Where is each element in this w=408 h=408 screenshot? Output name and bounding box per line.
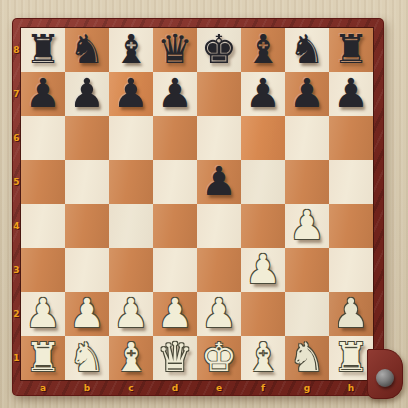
square-b1[interactable]: ♞ (65, 336, 109, 380)
piece-black-pawn-d7[interactable]: ♟ (153, 72, 197, 116)
square-f2[interactable] (241, 292, 285, 336)
rank-label-3: 3 (12, 248, 21, 292)
piece-white-queen-d1[interactable]: ♛ (153, 336, 197, 380)
piece-white-bishop-c1[interactable]: ♝ (109, 336, 153, 380)
file-labels: abcdefgh (21, 380, 373, 396)
file-label-f: f (241, 380, 285, 396)
square-a7[interactable]: ♟ (21, 72, 65, 116)
file-label-g: g (285, 380, 329, 396)
square-g2[interactable] (285, 292, 329, 336)
piece-black-rook-a8[interactable]: ♜ (21, 28, 65, 72)
square-e1[interactable]: ♚ (197, 336, 241, 380)
rank-label-2: 2 (12, 292, 21, 336)
rank-label-8: 8 (12, 28, 21, 72)
square-c8[interactable]: ♝ (109, 28, 153, 72)
square-b8[interactable]: ♞ (65, 28, 109, 72)
square-c6[interactable] (109, 116, 153, 160)
square-e3[interactable] (197, 248, 241, 292)
square-e7[interactable] (197, 72, 241, 116)
square-h5[interactable] (329, 160, 373, 204)
square-c7[interactable]: ♟ (109, 72, 153, 116)
piece-black-knight-b8[interactable]: ♞ (65, 28, 109, 72)
piece-white-pawn-h2[interactable]: ♟ (329, 292, 373, 336)
piece-black-pawn-g7[interactable]: ♟ (285, 72, 329, 116)
square-a6[interactable] (21, 116, 65, 160)
piece-black-pawn-e5[interactable]: ♟ (197, 160, 241, 204)
square-b4[interactable] (65, 204, 109, 248)
square-e2[interactable]: ♟ (197, 292, 241, 336)
square-e5[interactable]: ♟ (197, 160, 241, 204)
square-f7[interactable]: ♟ (241, 72, 285, 116)
piece-black-pawn-c7[interactable]: ♟ (109, 72, 153, 116)
square-c5[interactable] (109, 160, 153, 204)
square-a1[interactable]: ♜ (21, 336, 65, 380)
piece-white-pawn-a2[interactable]: ♟ (21, 292, 65, 336)
square-h4[interactable] (329, 204, 373, 248)
file-label-c: c (109, 380, 153, 396)
square-b2[interactable]: ♟ (65, 292, 109, 336)
rank-label-7: 7 (12, 72, 21, 116)
piece-black-bishop-c8[interactable]: ♝ (109, 28, 153, 72)
square-a2[interactable]: ♟ (21, 292, 65, 336)
rank-label-5: 5 (12, 160, 21, 204)
piece-black-pawn-b7[interactable]: ♟ (65, 72, 109, 116)
square-d3[interactable] (153, 248, 197, 292)
table-surface: 87654321 ♜♞♝♛♚♝♞♜♟♟♟♟♟♟♟♟♟♟♟♟♟♟♟♟♜♞♝♛♚♝♞… (0, 0, 408, 408)
square-a4[interactable] (21, 204, 65, 248)
square-d7[interactable]: ♟ (153, 72, 197, 116)
rank-label-6: 6 (12, 116, 21, 160)
square-b6[interactable] (65, 116, 109, 160)
piece-white-pawn-e2[interactable]: ♟ (197, 292, 241, 336)
square-f6[interactable] (241, 116, 285, 160)
piece-white-knight-b1[interactable]: ♞ (65, 336, 109, 380)
rank-label-4: 4 (12, 204, 21, 248)
file-label-b: b (65, 380, 109, 396)
piece-white-pawn-f3[interactable]: ♟ (241, 248, 285, 292)
square-a5[interactable] (21, 160, 65, 204)
square-g5[interactable] (285, 160, 329, 204)
piece-white-rook-a1[interactable]: ♜ (21, 336, 65, 380)
piece-black-bishop-f8[interactable]: ♝ (241, 28, 285, 72)
piece-black-king-e8[interactable]: ♚ (197, 28, 241, 72)
square-f4[interactable] (241, 204, 285, 248)
square-d5[interactable] (153, 160, 197, 204)
square-c3[interactable] (109, 248, 153, 292)
piece-white-pawn-g4[interactable]: ♟ (285, 204, 329, 248)
square-f3[interactable]: ♟ (241, 248, 285, 292)
square-g4[interactable]: ♟ (285, 204, 329, 248)
piece-white-pawn-d2[interactable]: ♟ (153, 292, 197, 336)
square-d6[interactable] (153, 116, 197, 160)
chess-board-grid: ♜♞♝♛♚♝♞♜♟♟♟♟♟♟♟♟♟♟♟♟♟♟♟♟♜♞♝♛♚♝♞♜ (21, 28, 373, 380)
square-b7[interactable]: ♟ (65, 72, 109, 116)
square-d2[interactable]: ♟ (153, 292, 197, 336)
piece-black-pawn-h7[interactable]: ♟ (329, 72, 373, 116)
square-e6[interactable] (197, 116, 241, 160)
file-label-e: e (197, 380, 241, 396)
rank-labels: 87654321 (12, 28, 21, 380)
square-d4[interactable] (153, 204, 197, 248)
square-f8[interactable]: ♝ (241, 28, 285, 72)
square-g3[interactable] (285, 248, 329, 292)
piece-white-bishop-f1[interactable]: ♝ (241, 336, 285, 380)
board-frame: 87654321 ♜♞♝♛♚♝♞♜♟♟♟♟♟♟♟♟♟♟♟♟♟♟♟♟♜♞♝♛♚♝♞… (12, 18, 384, 396)
square-e8[interactable]: ♚ (197, 28, 241, 72)
square-a3[interactable] (21, 248, 65, 292)
piece-black-knight-g8[interactable]: ♞ (285, 28, 329, 72)
piece-white-pawn-c2[interactable]: ♟ (109, 292, 153, 336)
square-h3[interactable] (329, 248, 373, 292)
piece-black-pawn-f7[interactable]: ♟ (241, 72, 285, 116)
square-f1[interactable]: ♝ (241, 336, 285, 380)
square-c4[interactable] (109, 204, 153, 248)
piece-white-king-e1[interactable]: ♚ (197, 336, 241, 380)
square-d1[interactable]: ♛ (153, 336, 197, 380)
piece-white-knight-g1[interactable]: ♞ (285, 336, 329, 380)
square-g7[interactable]: ♟ (285, 72, 329, 116)
square-h6[interactable] (329, 116, 373, 160)
piece-black-pawn-a7[interactable]: ♟ (21, 72, 65, 116)
file-label-d: d (153, 380, 197, 396)
square-f5[interactable] (241, 160, 285, 204)
square-h8[interactable]: ♜ (329, 28, 373, 72)
piece-black-queen-d8[interactable]: ♛ (153, 28, 197, 72)
square-a8[interactable]: ♜ (21, 28, 65, 72)
square-h7[interactable]: ♟ (329, 72, 373, 116)
square-h2[interactable]: ♟ (329, 292, 373, 336)
square-e4[interactable] (197, 204, 241, 248)
square-c1[interactable]: ♝ (109, 336, 153, 380)
square-g8[interactable]: ♞ (285, 28, 329, 72)
file-label-a: a (21, 380, 65, 396)
rank-label-1: 1 (12, 336, 21, 380)
square-g1[interactable]: ♞ (285, 336, 329, 380)
square-d8[interactable]: ♛ (153, 28, 197, 72)
piece-white-pawn-b2[interactable]: ♟ (65, 292, 109, 336)
corner-knob (376, 369, 394, 387)
square-b5[interactable] (65, 160, 109, 204)
piece-black-rook-h8[interactable]: ♜ (329, 28, 373, 72)
square-b3[interactable] (65, 248, 109, 292)
square-g6[interactable] (285, 116, 329, 160)
square-c2[interactable]: ♟ (109, 292, 153, 336)
